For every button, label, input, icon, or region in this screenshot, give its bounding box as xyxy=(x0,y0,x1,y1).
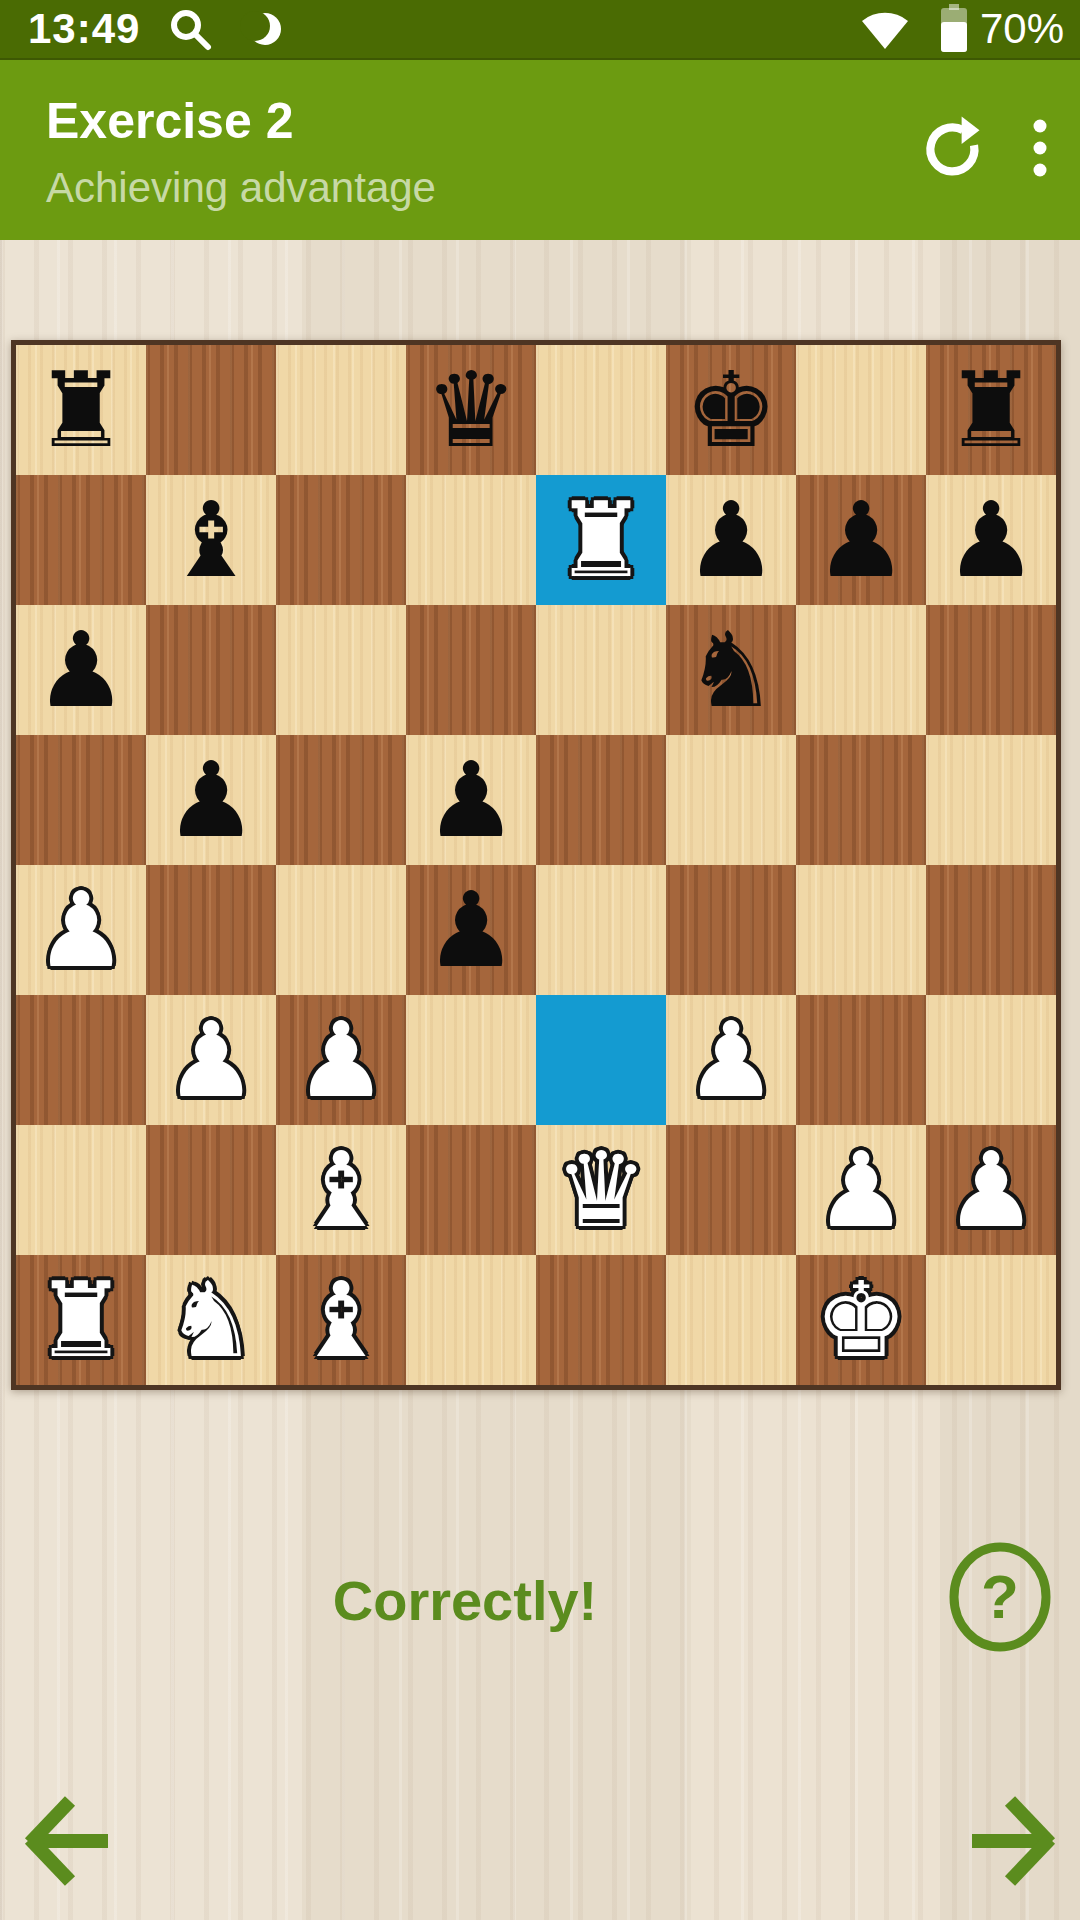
clock: 13:49 xyxy=(28,5,140,53)
square-g3[interactable] xyxy=(796,995,926,1125)
refresh-button[interactable] xyxy=(904,90,1000,210)
black-pawn: ♟ xyxy=(424,878,517,982)
square-c1[interactable]: ♝ xyxy=(276,1255,406,1385)
white-pawn: ♟ xyxy=(34,878,127,982)
square-f6[interactable]: ♞ xyxy=(666,605,796,735)
square-d6[interactable] xyxy=(406,605,536,735)
help-button[interactable]: ? xyxy=(948,1542,1052,1652)
square-f3[interactable]: ♟ xyxy=(666,995,796,1125)
do-not-disturb-moon-icon xyxy=(240,5,288,53)
square-h5[interactable] xyxy=(926,735,1056,865)
square-f7[interactable]: ♟ xyxy=(666,475,796,605)
square-f8[interactable]: ♚ xyxy=(666,345,796,475)
square-c6[interactable] xyxy=(276,605,406,735)
black-pawn: ♟ xyxy=(814,488,907,592)
square-b8[interactable] xyxy=(146,345,276,475)
white-queen: ♛ xyxy=(554,1138,647,1242)
square-g5[interactable] xyxy=(796,735,926,865)
square-b5[interactable]: ♟ xyxy=(146,735,276,865)
white-pawn: ♟ xyxy=(814,1138,907,1242)
square-c7[interactable] xyxy=(276,475,406,605)
battery-icon xyxy=(938,4,970,54)
white-pawn: ♟ xyxy=(164,1008,257,1112)
square-a8[interactable]: ♜ xyxy=(16,345,146,475)
square-b3[interactable]: ♟ xyxy=(146,995,276,1125)
square-d5[interactable]: ♟ xyxy=(406,735,536,865)
square-b1[interactable]: ♞ xyxy=(146,1255,276,1385)
square-g4[interactable] xyxy=(796,865,926,995)
white-pawn: ♟ xyxy=(944,1138,1037,1242)
square-a5[interactable] xyxy=(16,735,146,865)
black-pawn: ♟ xyxy=(944,488,1037,592)
square-a7[interactable] xyxy=(16,475,146,605)
battery-percent: 70% xyxy=(980,5,1064,53)
white-pawn: ♟ xyxy=(294,1008,387,1112)
square-d1[interactable] xyxy=(406,1255,536,1385)
wifi-icon xyxy=(858,5,912,53)
square-h3[interactable] xyxy=(926,995,1056,1125)
overflow-menu-button[interactable] xyxy=(1000,90,1080,210)
square-d2[interactable] xyxy=(406,1125,536,1255)
square-e5[interactable] xyxy=(536,735,666,865)
white-bishop: ♝ xyxy=(294,1268,387,1372)
square-a3[interactable] xyxy=(16,995,146,1125)
white-king: ♚ xyxy=(814,1268,907,1372)
square-f4[interactable] xyxy=(666,865,796,995)
square-b2[interactable] xyxy=(146,1125,276,1255)
square-b6[interactable] xyxy=(146,605,276,735)
black-pawn: ♟ xyxy=(164,748,257,852)
refresh-icon xyxy=(919,115,985,185)
square-e3[interactable] xyxy=(536,995,666,1125)
square-d8[interactable]: ♛ xyxy=(406,345,536,475)
white-pawn: ♟ xyxy=(684,1008,777,1112)
black-pawn: ♟ xyxy=(34,618,127,722)
black-rook: ♜ xyxy=(944,358,1037,462)
square-g7[interactable]: ♟ xyxy=(796,475,926,605)
black-king: ♚ xyxy=(684,358,777,462)
next-exercise-button[interactable] xyxy=(966,1795,1058,1891)
square-f5[interactable] xyxy=(666,735,796,865)
feedback-row: Correctly! ? xyxy=(0,1560,1080,1640)
square-e7[interactable]: ♜ xyxy=(536,475,666,605)
square-c2[interactable]: ♝ xyxy=(276,1125,406,1255)
square-h6[interactable] xyxy=(926,605,1056,735)
square-a6[interactable]: ♟ xyxy=(16,605,146,735)
white-knight: ♞ xyxy=(164,1268,257,1372)
square-h1[interactable] xyxy=(926,1255,1056,1385)
square-d3[interactable] xyxy=(406,995,536,1125)
square-c8[interactable] xyxy=(276,345,406,475)
arrow-right-icon xyxy=(966,1873,1058,1890)
square-g2[interactable]: ♟ xyxy=(796,1125,926,1255)
app-bar: Exercise 2 Achieving advantage xyxy=(0,60,1080,240)
square-h7[interactable]: ♟ xyxy=(926,475,1056,605)
square-e2[interactable]: ♛ xyxy=(536,1125,666,1255)
square-c5[interactable] xyxy=(276,735,406,865)
white-bishop: ♝ xyxy=(294,1138,387,1242)
question-mark-icon: ? xyxy=(981,1562,1019,1631)
square-g6[interactable] xyxy=(796,605,926,735)
square-b7[interactable]: ♝ xyxy=(146,475,276,605)
black-rook: ♜ xyxy=(34,358,127,462)
square-b4[interactable] xyxy=(146,865,276,995)
white-rook: ♜ xyxy=(34,1268,127,1372)
square-e6[interactable] xyxy=(536,605,666,735)
square-g1[interactable]: ♚ xyxy=(796,1255,926,1385)
black-pawn: ♟ xyxy=(684,488,777,592)
square-e8[interactable] xyxy=(536,345,666,475)
feedback-message: Correctly! xyxy=(250,1568,680,1633)
chess-board: ♜♛♚♜♝♜♟♟♟♟♞♟♟♟♟♟♟♟♝♛♟♟♜♞♝♚ xyxy=(11,340,1061,1390)
square-d7[interactable] xyxy=(406,475,536,605)
white-rook: ♜ xyxy=(554,488,647,592)
previous-exercise-button[interactable] xyxy=(22,1795,114,1891)
square-d4[interactable]: ♟ xyxy=(406,865,536,995)
black-queen: ♛ xyxy=(424,358,517,462)
square-f1[interactable] xyxy=(666,1255,796,1385)
search-icon xyxy=(166,5,214,53)
square-e1[interactable] xyxy=(536,1255,666,1385)
square-c3[interactable]: ♟ xyxy=(276,995,406,1125)
square-c4[interactable] xyxy=(276,865,406,995)
square-h2[interactable]: ♟ xyxy=(926,1125,1056,1255)
square-g8[interactable] xyxy=(796,345,926,475)
black-knight: ♞ xyxy=(684,618,777,722)
square-f2[interactable] xyxy=(666,1125,796,1255)
square-a1[interactable]: ♜ xyxy=(16,1255,146,1385)
square-a2[interactable] xyxy=(16,1125,146,1255)
black-pawn: ♟ xyxy=(424,748,517,852)
black-bishop: ♝ xyxy=(164,488,257,592)
square-h4[interactable] xyxy=(926,865,1056,995)
square-a4[interactable]: ♟ xyxy=(16,865,146,995)
overflow-menu-icon xyxy=(1033,115,1047,185)
status-bar: 13:49 70% xyxy=(0,0,1080,60)
square-h8[interactable]: ♜ xyxy=(926,345,1056,475)
arrow-left-icon xyxy=(22,1873,114,1890)
square-e4[interactable] xyxy=(536,865,666,995)
